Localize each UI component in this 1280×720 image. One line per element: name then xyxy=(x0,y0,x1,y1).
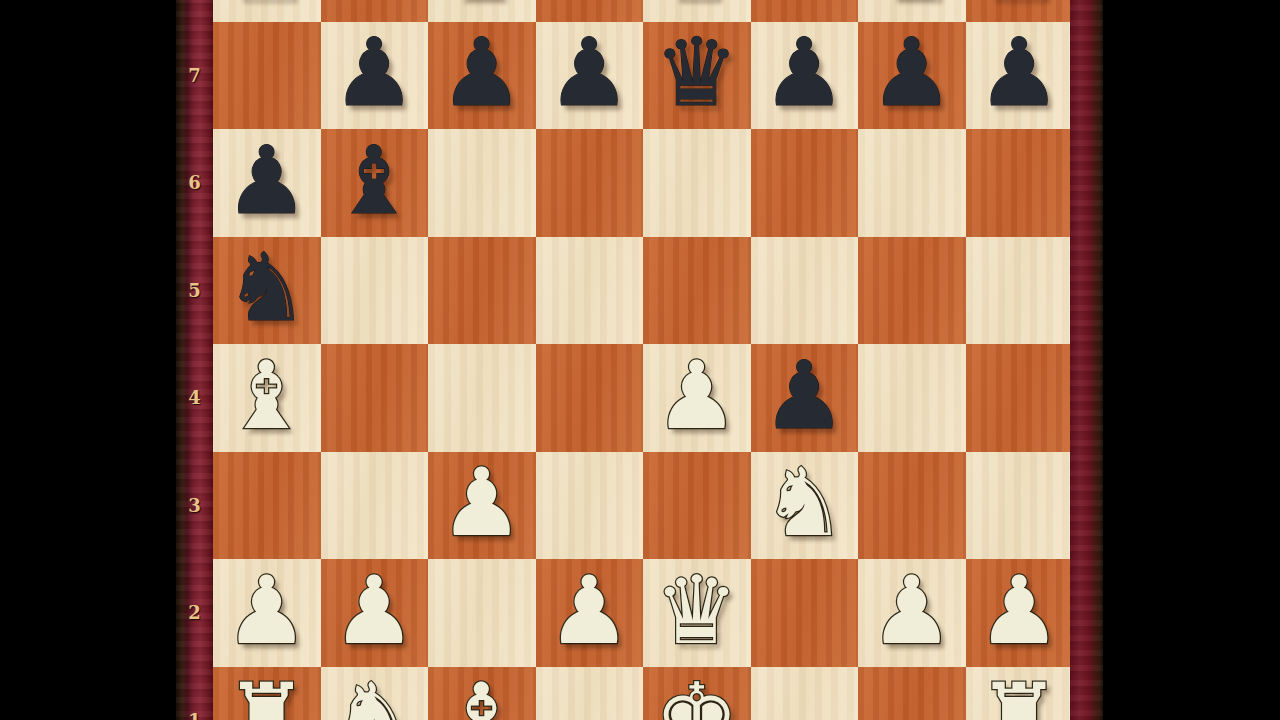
rank-label-6: 6 xyxy=(176,129,213,237)
square-g7[interactable]: ♟ xyxy=(858,22,966,130)
square-e3[interactable] xyxy=(643,452,751,560)
square-a8[interactable]: ♜ xyxy=(213,0,321,22)
piece-black-pawn-b7[interactable]: ♟ xyxy=(332,26,416,120)
square-g5[interactable] xyxy=(858,237,966,345)
piece-black-rook-a8[interactable]: ♜ xyxy=(225,0,309,13)
square-e7[interactable]: ♛ xyxy=(643,22,751,130)
square-h1[interactable]: ♜ xyxy=(966,667,1074,720)
square-b1[interactable]: ♞ xyxy=(321,667,429,720)
square-h5[interactable] xyxy=(966,237,1074,345)
piece-white-pawn-g2[interactable]: ♟ xyxy=(870,564,954,658)
square-f5[interactable] xyxy=(751,237,859,345)
piece-black-queen-e7[interactable]: ♛ xyxy=(655,26,739,120)
square-a4[interactable]: ♝ xyxy=(213,344,321,452)
square-h2[interactable]: ♟ xyxy=(966,559,1074,667)
rank-label-2: 2 xyxy=(176,559,213,667)
piece-white-pawn-e4[interactable]: ♟ xyxy=(655,349,739,443)
square-e6[interactable] xyxy=(643,129,751,237)
square-f3[interactable]: ♞ xyxy=(751,452,859,560)
square-c4[interactable] xyxy=(428,344,536,452)
piece-black-pawn-a6[interactable]: ♟ xyxy=(225,134,309,228)
square-h4[interactable] xyxy=(966,344,1074,452)
piece-white-pawn-d2[interactable]: ♟ xyxy=(547,564,631,658)
square-b4[interactable] xyxy=(321,344,429,452)
square-c7[interactable]: ♟ xyxy=(428,22,536,130)
square-g3[interactable] xyxy=(858,452,966,560)
square-d3[interactable] xyxy=(536,452,644,560)
piece-black-knight-g8[interactable]: ♞ xyxy=(870,0,954,13)
piece-black-pawn-d7[interactable]: ♟ xyxy=(547,26,631,120)
piece-black-pawn-h7[interactable]: ♟ xyxy=(977,26,1061,120)
square-d1[interactable] xyxy=(536,667,644,720)
square-d2[interactable]: ♟ xyxy=(536,559,644,667)
square-d4[interactable] xyxy=(536,344,644,452)
piece-white-rook-h1[interactable]: ♜ xyxy=(977,671,1061,720)
square-f4[interactable]: ♟ xyxy=(751,344,859,452)
square-f6[interactable] xyxy=(751,129,859,237)
square-g2[interactable]: ♟ xyxy=(858,559,966,667)
square-b3[interactable] xyxy=(321,452,429,560)
square-d7[interactable]: ♟ xyxy=(536,22,644,130)
square-g4[interactable] xyxy=(858,344,966,452)
piece-white-bishop-c1[interactable]: ♝ xyxy=(440,671,524,720)
square-c6[interactable] xyxy=(428,129,536,237)
square-c5[interactable] xyxy=(428,237,536,345)
rank-label-8: 8 xyxy=(176,0,213,22)
square-g6[interactable] xyxy=(858,129,966,237)
square-b6[interactable]: ♝ xyxy=(321,129,429,237)
board-frame-right xyxy=(1070,0,1103,720)
rank-label-1: 1 xyxy=(176,667,213,720)
square-c3[interactable]: ♟ xyxy=(428,452,536,560)
video-frame: 87654321 ♜♝♚♞♜♟♟♟♛♟♟♟♟♝♞♝♟♟♟♞♟♟♟♛♟♟♜♞♝♚♜ xyxy=(0,0,1280,720)
piece-black-king-e8[interactable]: ♚ xyxy=(655,0,739,13)
square-e5[interactable] xyxy=(643,237,751,345)
piece-white-queen-e2[interactable]: ♛ xyxy=(655,564,739,658)
piece-black-pawn-f4[interactable]: ♟ xyxy=(762,349,846,443)
rank-labels: 87654321 xyxy=(176,0,213,720)
piece-white-pawn-b2[interactable]: ♟ xyxy=(332,564,416,658)
square-a3[interactable] xyxy=(213,452,321,560)
square-b7[interactable]: ♟ xyxy=(321,22,429,130)
square-a2[interactable]: ♟ xyxy=(213,559,321,667)
rank-label-3: 3 xyxy=(176,452,213,560)
square-h6[interactable] xyxy=(966,129,1074,237)
square-h7[interactable]: ♟ xyxy=(966,22,1074,130)
piece-white-knight-b1[interactable]: ♞ xyxy=(332,671,416,720)
piece-white-rook-a1[interactable]: ♜ xyxy=(225,671,309,720)
piece-black-bishop-c8[interactable]: ♝ xyxy=(440,0,524,13)
piece-white-bishop-a4[interactable]: ♝ xyxy=(225,349,309,443)
chess-board: ♜♝♚♞♜♟♟♟♛♟♟♟♟♝♞♝♟♟♟♞♟♟♟♛♟♟♜♞♝♚♜ xyxy=(213,0,1073,720)
square-b2[interactable]: ♟ xyxy=(321,559,429,667)
piece-white-knight-f3[interactable]: ♞ xyxy=(762,456,846,550)
square-c2[interactable] xyxy=(428,559,536,667)
piece-black-knight-a5[interactable]: ♞ xyxy=(225,241,309,335)
square-h3[interactable] xyxy=(966,452,1074,560)
piece-black-pawn-f7[interactable]: ♟ xyxy=(762,26,846,120)
square-g1[interactable] xyxy=(858,667,966,720)
piece-white-pawn-a2[interactable]: ♟ xyxy=(225,564,309,658)
square-c1[interactable]: ♝ xyxy=(428,667,536,720)
square-f2[interactable] xyxy=(751,559,859,667)
piece-black-bishop-b6[interactable]: ♝ xyxy=(332,134,416,228)
square-e2[interactable]: ♛ xyxy=(643,559,751,667)
square-f1[interactable] xyxy=(751,667,859,720)
rank-label-7: 7 xyxy=(176,22,213,130)
piece-black-pawn-g7[interactable]: ♟ xyxy=(870,26,954,120)
square-a6[interactable]: ♟ xyxy=(213,129,321,237)
square-d6[interactable] xyxy=(536,129,644,237)
piece-white-pawn-h2[interactable]: ♟ xyxy=(977,564,1061,658)
square-a1[interactable]: ♜ xyxy=(213,667,321,720)
piece-black-rook-h8[interactable]: ♜ xyxy=(977,0,1061,13)
square-e4[interactable]: ♟ xyxy=(643,344,751,452)
square-e1[interactable]: ♚ xyxy=(643,667,751,720)
square-a7[interactable] xyxy=(213,22,321,130)
square-b5[interactable] xyxy=(321,237,429,345)
piece-white-pawn-c3[interactable]: ♟ xyxy=(440,456,524,550)
square-d5[interactable] xyxy=(536,237,644,345)
square-a5[interactable]: ♞ xyxy=(213,237,321,345)
square-f7[interactable]: ♟ xyxy=(751,22,859,130)
rank-label-5: 5 xyxy=(176,237,213,345)
piece-white-king-e1[interactable]: ♚ xyxy=(655,671,739,720)
piece-black-pawn-c7[interactable]: ♟ xyxy=(440,26,524,120)
rank-label-4: 4 xyxy=(176,344,213,452)
